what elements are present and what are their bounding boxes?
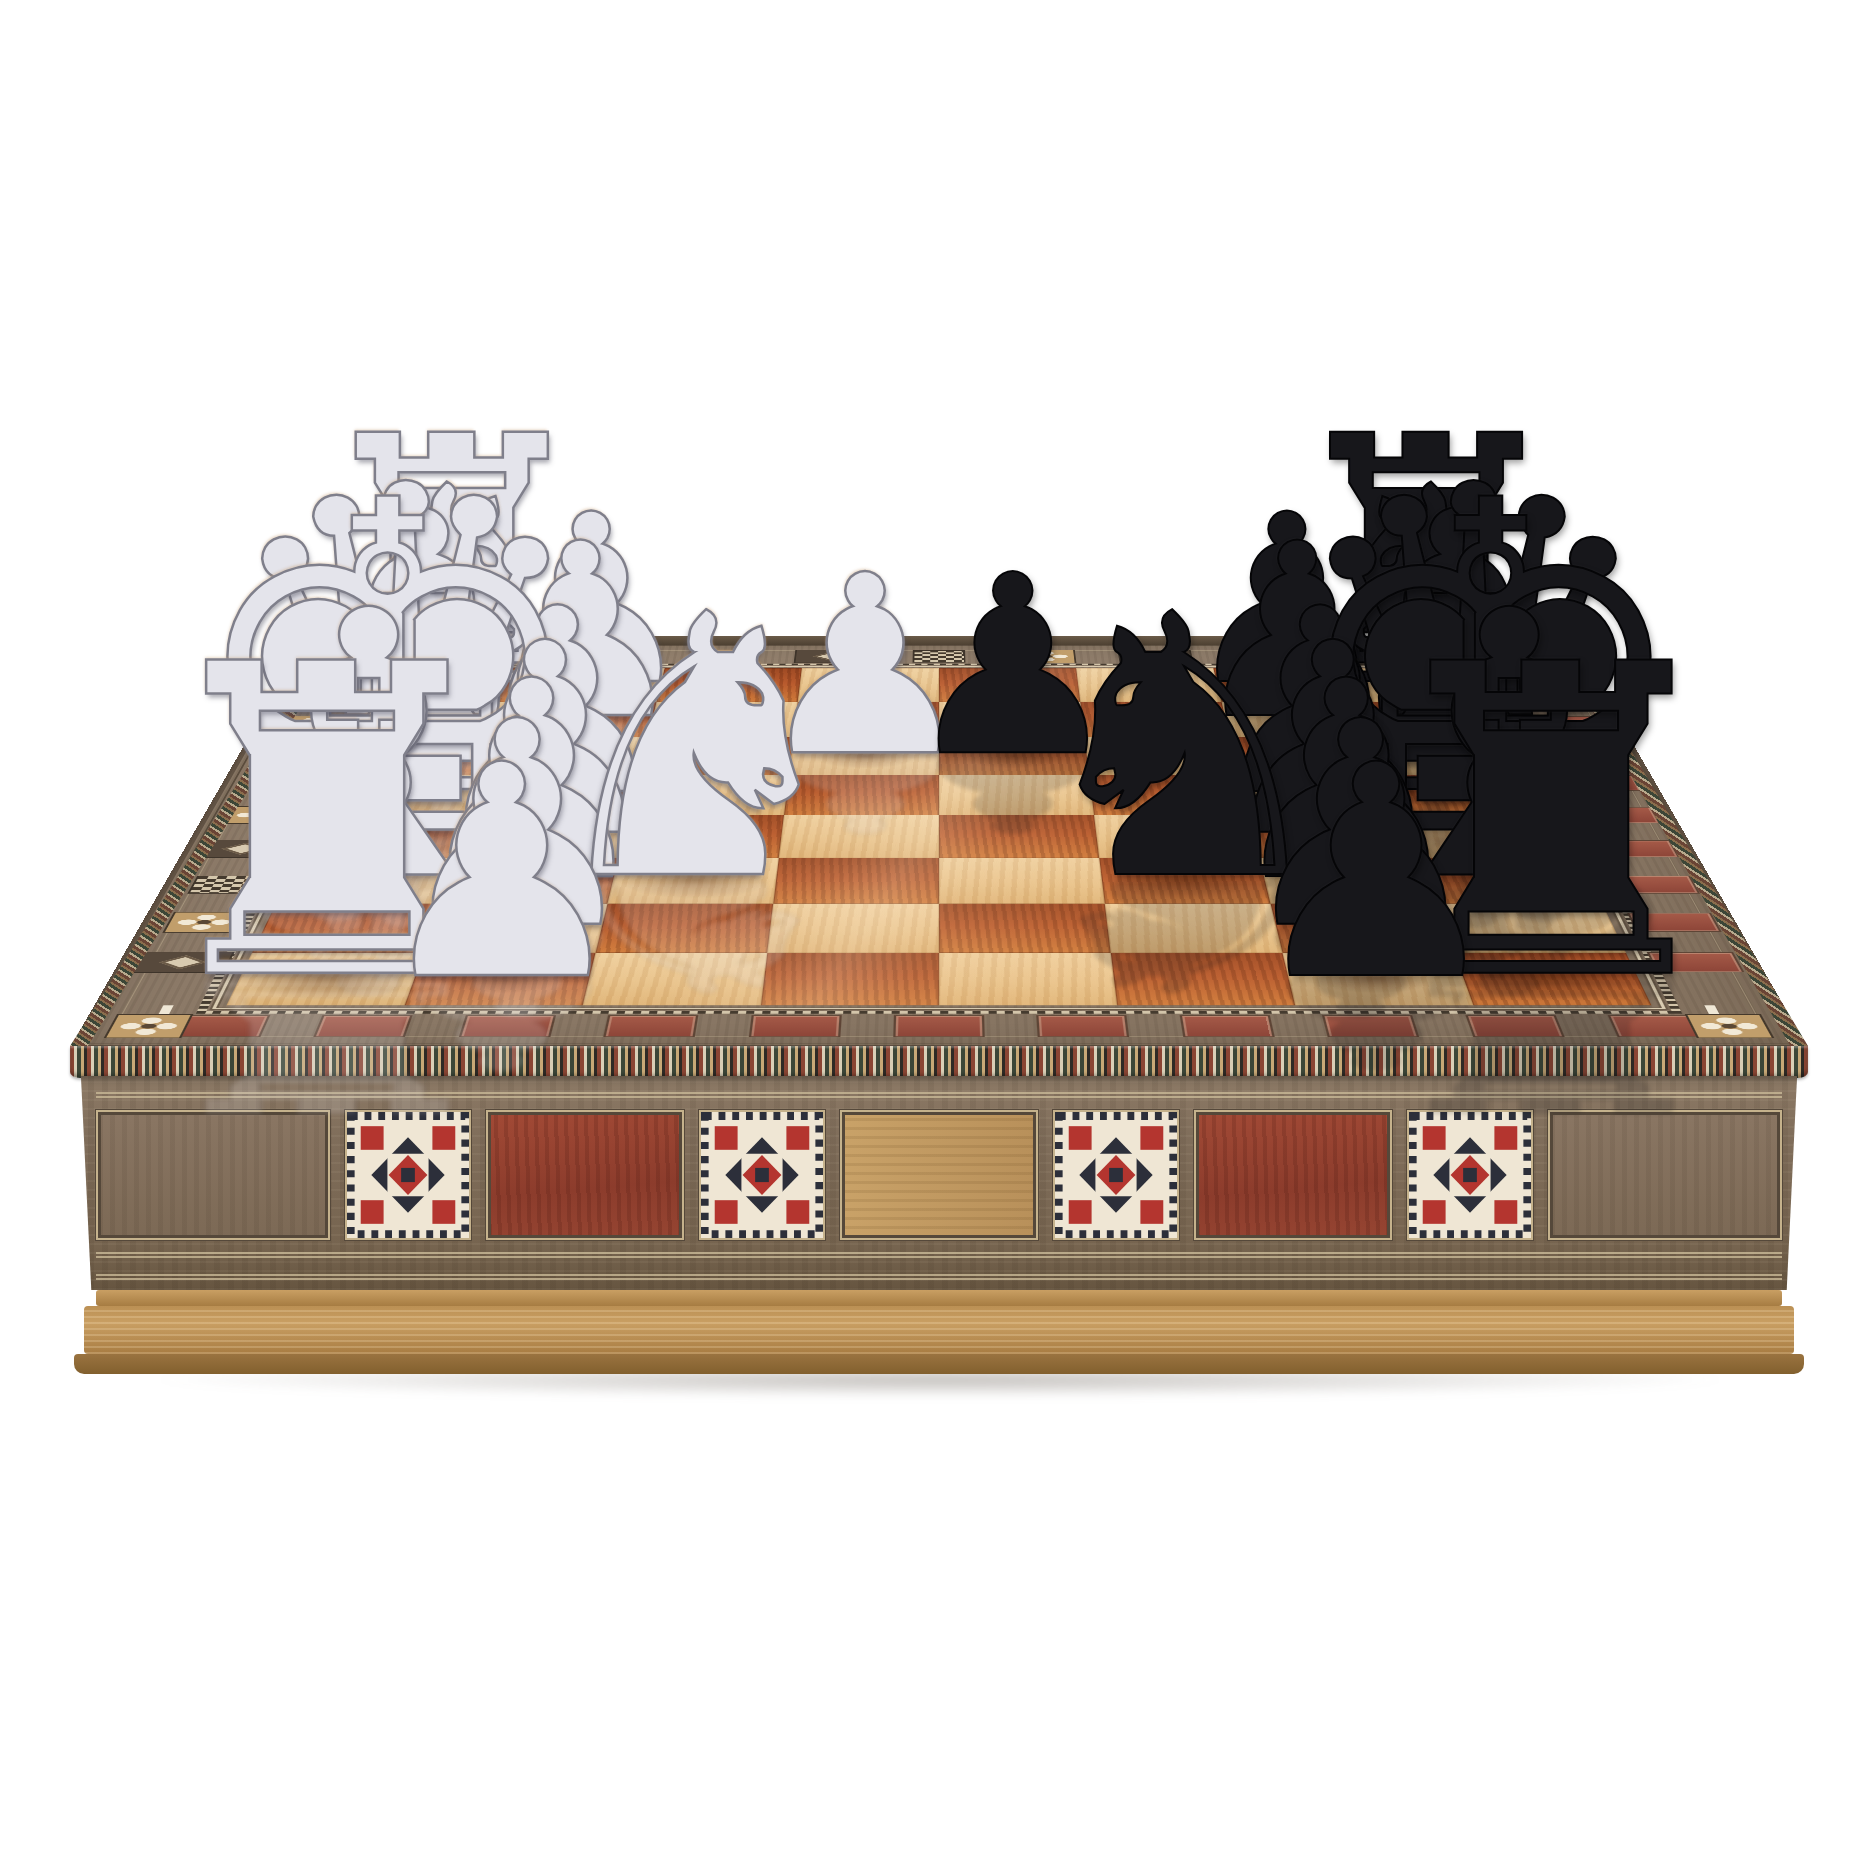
- piece-glyph: ♟: [370, 726, 633, 1019]
- piece-glyph: ♟: [1245, 726, 1508, 1019]
- product-photo-stage: ♜♜♞♞♝♝♛♛♚♚♝♝♜♜♟♟♟♟♟♟♟♟♟♟♟♟♟♟♟♟♞♞♜♜♞♞♝♝♛♛…: [0, 0, 1875, 1875]
- pieces-layer: ♜♜♞♞♝♝♛♛♚♚♝♝♜♜♟♟♟♟♟♟♟♟♟♟♟♟♟♟♟♟♞♞♜♜♞♞♝♝♛♛…: [0, 0, 1875, 1875]
